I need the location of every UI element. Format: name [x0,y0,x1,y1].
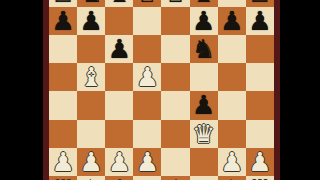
square-g5 [218,63,246,91]
square-g2: ♟ [218,148,246,176]
piece-black-king: ♚ [164,0,187,7]
square-e5 [161,63,189,91]
piece-white-rook: ♜ [51,176,74,180]
piece-white-pawn: ♟ [108,148,131,176]
square-d1 [133,176,161,180]
square-h5 [246,63,274,91]
piece-black-knight: ♞ [192,35,215,63]
square-a6 [49,35,77,63]
square-b4 [77,91,105,119]
square-c3 [105,120,133,148]
board-frame: ♜♞♝♛♚♝♜♟♟♟♟♟♟♞♝♟♟♛♟♟♟♟♟♟♜♞♝♚♞♜ [43,0,281,180]
piece-white-pawn: ♟ [80,148,103,176]
square-d3 [133,120,161,148]
square-c4 [105,91,133,119]
square-b8: ♞ [77,0,105,7]
piece-white-queen: ♛ [192,120,215,148]
square-b1: ♞ [77,176,105,180]
piece-black-knight: ♞ [80,0,103,7]
square-b2: ♟ [77,148,105,176]
square-g8 [218,0,246,7]
square-g1: ♞ [218,176,246,180]
piece-black-bishop: ♝ [108,0,131,7]
square-g6 [218,35,246,63]
piece-black-pawn: ♟ [220,7,243,35]
square-e8: ♚ [161,0,189,7]
square-a4 [49,91,77,119]
square-h4 [246,91,274,119]
piece-black-pawn: ♟ [80,7,103,35]
piece-black-pawn: ♟ [192,91,215,119]
piece-white-pawn: ♟ [220,148,243,176]
square-c8: ♝ [105,0,133,7]
square-c2: ♟ [105,148,133,176]
square-g4 [218,91,246,119]
piece-white-king: ♚ [164,176,187,180]
piece-black-rook: ♜ [248,0,271,7]
square-f8: ♝ [190,0,218,7]
square-c7 [105,7,133,35]
square-a1: ♜ [49,176,77,180]
board: ♜♞♝♛♚♝♜♟♟♟♟♟♟♞♝♟♟♛♟♟♟♟♟♟♜♞♝♚♞♜ [49,0,274,180]
square-a2: ♟ [49,148,77,176]
piece-black-pawn: ♟ [108,35,131,63]
square-d8: ♛ [133,0,161,7]
piece-black-pawn: ♟ [248,7,271,35]
piece-black-pawn: ♟ [192,7,215,35]
square-a5 [49,63,77,91]
square-e2 [161,148,189,176]
square-b3 [77,120,105,148]
square-d5: ♟ [133,63,161,91]
piece-black-queen: ♛ [136,0,159,7]
square-h3 [246,120,274,148]
square-d7 [133,7,161,35]
piece-white-pawn: ♟ [248,148,271,176]
square-e4 [161,91,189,119]
piece-white-knight: ♞ [220,176,243,180]
square-b6 [77,35,105,63]
square-a8: ♜ [49,0,77,7]
piece-white-pawn: ♟ [136,148,159,176]
square-f5 [190,63,218,91]
square-f7: ♟ [190,7,218,35]
square-h1: ♜ [246,176,274,180]
square-f2 [190,148,218,176]
square-a3 [49,120,77,148]
piece-white-pawn: ♟ [136,63,159,91]
piece-white-bishop: ♝ [80,63,103,91]
piece-white-rook: ♜ [248,176,271,180]
video-frame-letterbox: { "game": "chess", "position": { "fen": … [0,0,320,180]
square-e3 [161,120,189,148]
square-g3 [218,120,246,148]
square-d4 [133,91,161,119]
piece-white-bishop: ♝ [108,176,131,180]
square-f6: ♞ [190,35,218,63]
square-d2: ♟ [133,148,161,176]
square-f4: ♟ [190,91,218,119]
square-e7 [161,7,189,35]
square-e1: ♚ [161,176,189,180]
square-h2: ♟ [246,148,274,176]
piece-black-bishop: ♝ [192,0,215,7]
square-f3: ♛ [190,120,218,148]
square-c1: ♝ [105,176,133,180]
square-h8: ♜ [246,0,274,7]
square-b7: ♟ [77,7,105,35]
square-h6 [246,35,274,63]
square-g7: ♟ [218,7,246,35]
square-c5 [105,63,133,91]
piece-white-pawn: ♟ [51,148,74,176]
square-h7: ♟ [246,7,274,35]
square-f1 [190,176,218,180]
piece-black-pawn: ♟ [51,7,74,35]
square-c6: ♟ [105,35,133,63]
square-a7: ♟ [49,7,77,35]
square-b5: ♝ [77,63,105,91]
square-d6 [133,35,161,63]
square-e6 [161,35,189,63]
piece-black-rook: ♜ [51,0,74,7]
piece-white-knight: ♞ [80,176,103,180]
